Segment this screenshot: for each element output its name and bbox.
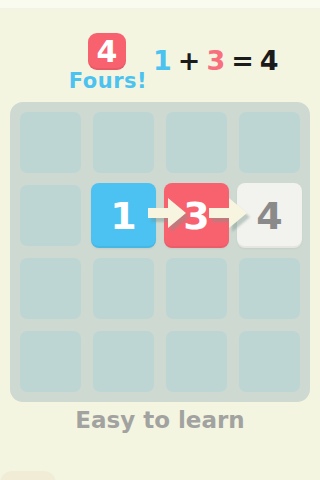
equation-term: 4 xyxy=(260,45,279,76)
tagline: Easy to learn xyxy=(0,407,320,433)
merge-arrow-3-to-4 xyxy=(209,196,247,230)
board-cell xyxy=(166,258,227,319)
merge-arrow-1-to-3 xyxy=(148,196,186,230)
board-cell xyxy=(239,331,300,392)
board-cell xyxy=(20,185,81,246)
status-bar-strip xyxy=(0,0,320,9)
tutorial-screen[interactable]: 4 Fours! 1+3=4 134 Easy to learn xyxy=(0,0,320,480)
board-cells xyxy=(20,112,300,392)
fours-header-tile: 4 xyxy=(88,33,126,70)
tile-1: 1 xyxy=(91,183,156,248)
board-cell xyxy=(93,331,154,392)
merge-equation: 1+3=4 xyxy=(150,47,282,75)
game-board: 134 xyxy=(10,102,310,402)
board-cell xyxy=(93,258,154,319)
board-cell xyxy=(20,112,81,173)
equation-term: + xyxy=(178,45,201,76)
equation-term: 1 xyxy=(153,45,172,76)
board-cell xyxy=(239,112,300,173)
bottom-peek-card[interactable] xyxy=(0,471,56,480)
board-cell xyxy=(239,258,300,319)
equation-term: 3 xyxy=(206,45,225,76)
fours-header-tile-value: 4 xyxy=(97,34,118,69)
board-cell xyxy=(166,331,227,392)
fours-label: Fours! xyxy=(69,69,147,93)
board-cell xyxy=(93,112,154,173)
equation-term: = xyxy=(231,45,254,76)
board-cell xyxy=(20,258,81,319)
board-cell xyxy=(20,331,81,392)
board-cell xyxy=(166,112,227,173)
